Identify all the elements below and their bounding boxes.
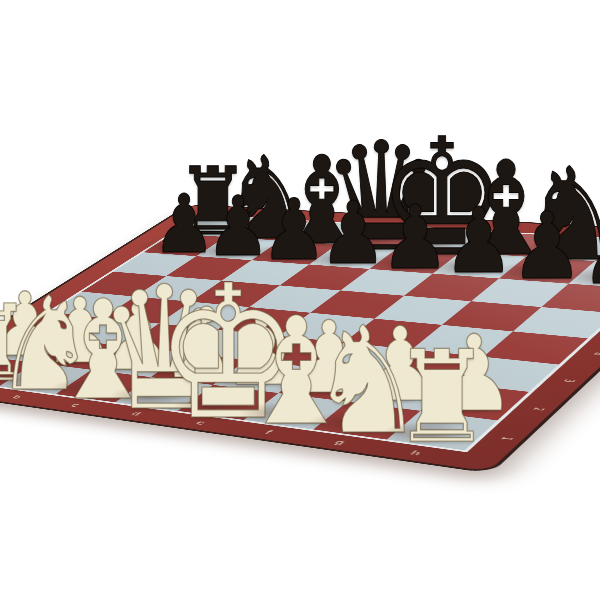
chessboard-mat: abcdefgh12345678 bbox=[0, 215, 600, 450]
product-photo-stage: abcdefgh12345678 ♜♞♝♛♚♝♞♜♟♟♟♟♟♟♟♟♟♟♟♟♟♟♟… bbox=[0, 0, 600, 600]
